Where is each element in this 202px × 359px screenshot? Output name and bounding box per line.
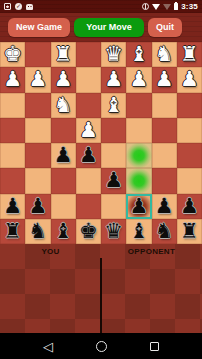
square-c5[interactable] <box>126 143 151 168</box>
toolbar: New Game Your Move Quit <box>0 13 202 42</box>
square-d3[interactable]: ♝ <box>101 93 126 118</box>
square-f1[interactable]: ♜ <box>51 42 76 67</box>
piece-bB-f8: ♝ <box>51 219 76 244</box>
piece-bP-e5: ♟ <box>76 143 101 168</box>
you-label: YOU <box>0 244 101 258</box>
opponent-label: OPPONENT <box>101 244 202 258</box>
square-g4[interactable] <box>25 118 50 143</box>
new-game-button[interactable]: New Game <box>8 18 70 37</box>
square-h1[interactable]: ♚ <box>0 42 25 67</box>
square-e5[interactable]: ♟ <box>76 143 101 168</box>
piece-bN-g8: ♞ <box>25 219 50 244</box>
square-g3[interactable] <box>25 93 50 118</box>
square-e8[interactable]: ♚ <box>76 219 101 244</box>
piece-wP-b2: ♟ <box>152 67 177 92</box>
robot-icon <box>26 4 33 10</box>
square-h6[interactable] <box>0 168 25 193</box>
wifi-icon <box>152 4 160 10</box>
piece-bK-e8: ♚ <box>76 219 101 244</box>
status-bar-right-icons: 3:35 <box>142 2 198 11</box>
square-b3[interactable] <box>152 93 177 118</box>
square-e1[interactable] <box>76 42 101 67</box>
status-bar-left-icons <box>4 3 33 10</box>
piece-wP-f2: ♟ <box>51 67 76 92</box>
piece-wK-h1: ♚ <box>0 42 25 67</box>
piece-wR-f1: ♜ <box>51 42 76 67</box>
square-h3[interactable] <box>0 93 25 118</box>
piece-bN-b8: ♞ <box>152 219 177 244</box>
piece-bQ-d8: ♛ <box>101 219 126 244</box>
square-a6[interactable] <box>177 168 202 193</box>
piece-wB-c1: ♝ <box>126 42 151 67</box>
square-a2[interactable]: ♟ <box>177 67 202 92</box>
square-d1[interactable]: ♛ <box>101 42 126 67</box>
piece-wQ-d1: ♛ <box>101 42 126 67</box>
quit-button[interactable]: Quit <box>148 18 182 37</box>
square-c3[interactable] <box>126 93 151 118</box>
piece-bP-g7: ♟ <box>25 194 50 219</box>
piece-bP-f5: ♟ <box>51 143 76 168</box>
square-b7[interactable]: ♟ <box>152 194 177 219</box>
square-d6[interactable]: ♟ <box>101 168 126 193</box>
square-b2[interactable]: ♟ <box>152 67 177 92</box>
square-g7[interactable]: ♟ <box>25 194 50 219</box>
square-c2[interactable]: ♟ <box>126 67 151 92</box>
square-e3[interactable] <box>76 93 101 118</box>
piece-bR-a8: ♜ <box>177 219 202 244</box>
back-icon[interactable] <box>43 340 53 353</box>
android-nav-bar <box>0 333 202 359</box>
piece-wP-a2: ♟ <box>177 67 202 92</box>
piece-wN-b1: ♞ <box>152 42 177 67</box>
square-a7[interactable]: ♟ <box>177 194 202 219</box>
square-f3[interactable]: ♞ <box>51 93 76 118</box>
square-a8[interactable]: ♜ <box>177 219 202 244</box>
square-c1[interactable]: ♝ <box>126 42 151 67</box>
chess-board: ♚♜♛♝♞♜♟♟♟♟♟♟♟♞♝♟♟♟♟♟♟♟♟♟♜♞♝♚♛♝♞♜ <box>0 42 202 244</box>
square-b8[interactable]: ♞ <box>152 219 177 244</box>
your-move-status-button: Your Move <box>74 18 143 37</box>
piece-bP-b7: ♟ <box>152 194 177 219</box>
piece-wB-d3: ♝ <box>101 93 126 118</box>
piece-bB-c8: ♝ <box>126 219 151 244</box>
square-g6[interactable] <box>25 168 50 193</box>
square-b6[interactable] <box>152 168 177 193</box>
square-a4[interactable] <box>177 118 202 143</box>
captured-pieces-tray: YOU OPPONENT <box>0 244 202 333</box>
square-d2[interactable]: ♟ <box>101 67 126 92</box>
recents-icon[interactable] <box>150 342 159 351</box>
piece-wR-a1: ♜ <box>177 42 202 67</box>
square-g2[interactable]: ♟ <box>25 67 50 92</box>
battery-icon <box>174 3 178 10</box>
square-h4[interactable] <box>0 118 25 143</box>
square-c7[interactable]: ♟ <box>126 194 151 219</box>
square-d5[interactable] <box>101 143 126 168</box>
piece-wP-h2: ♟ <box>0 67 25 92</box>
square-c6[interactable] <box>126 168 151 193</box>
square-c8[interactable]: ♝ <box>126 219 151 244</box>
piece-bR-h8: ♜ <box>0 219 25 244</box>
piece-bP-h7: ♟ <box>0 194 25 219</box>
square-a3[interactable] <box>177 93 202 118</box>
square-e4[interactable]: ♟ <box>76 118 101 143</box>
square-c4[interactable] <box>126 118 151 143</box>
square-e7[interactable] <box>76 194 101 219</box>
square-e6[interactable] <box>76 168 101 193</box>
piece-wP-g2: ♟ <box>25 67 50 92</box>
piece-bP-c7: ♟ <box>126 194 151 219</box>
square-h5[interactable] <box>0 143 25 168</box>
data-usage-icon <box>142 3 149 10</box>
square-f5[interactable]: ♟ <box>51 143 76 168</box>
piece-bP-a7: ♟ <box>177 194 202 219</box>
square-b4[interactable] <box>152 118 177 143</box>
square-b5[interactable] <box>152 143 177 168</box>
square-h7[interactable]: ♟ <box>0 194 25 219</box>
square-b1[interactable]: ♞ <box>152 42 177 67</box>
square-h8[interactable]: ♜ <box>0 219 25 244</box>
square-f8[interactable]: ♝ <box>51 219 76 244</box>
you-captured-area <box>0 258 100 333</box>
square-f4[interactable] <box>51 118 76 143</box>
chess-app: 3:35 New Game Your Move Quit ♚♜♛♝♞♜♟♟♟♟♟… <box>0 0 202 359</box>
piece-wP-c2: ♟ <box>126 67 151 92</box>
square-a5[interactable] <box>177 143 202 168</box>
home-icon[interactable] <box>96 341 107 352</box>
status-bar: 3:35 <box>0 0 202 13</box>
square-h2[interactable]: ♟ <box>0 67 25 92</box>
square-f7[interactable] <box>51 194 76 219</box>
square-e2[interactable] <box>76 67 101 92</box>
piece-wN-f3: ♞ <box>51 93 76 118</box>
square-g8[interactable]: ♞ <box>25 219 50 244</box>
piece-wP-d2: ♟ <box>101 67 126 92</box>
square-a1[interactable]: ♜ <box>177 42 202 67</box>
square-f2[interactable]: ♟ <box>51 67 76 92</box>
piece-wP-e4: ♟ <box>76 118 101 143</box>
square-d7[interactable] <box>101 194 126 219</box>
square-g5[interactable] <box>25 143 50 168</box>
square-f6[interactable] <box>51 168 76 193</box>
signal-icon <box>163 4 171 10</box>
opponent-captured-area <box>102 258 202 333</box>
square-d4[interactable] <box>101 118 126 143</box>
clock-text: 3:35 <box>181 2 198 11</box>
sync-check-icon <box>15 3 22 10</box>
screenshot-icon <box>4 3 11 10</box>
piece-bP-d6: ♟ <box>101 168 126 193</box>
square-g1[interactable] <box>25 42 50 67</box>
square-d8[interactable]: ♛ <box>101 219 126 244</box>
